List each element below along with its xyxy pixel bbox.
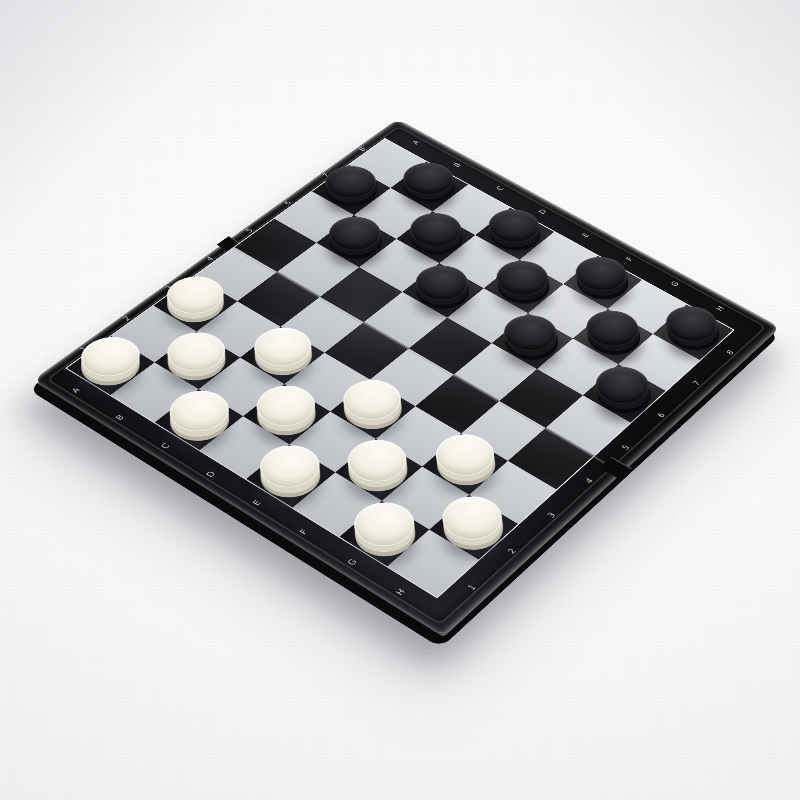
checkers-board: AABBCCDDEEFFGGHH8877665544332211: [67, 139, 733, 597]
product-photo-scene: AABBCCDDEEFFGGHH8877665544332211: [0, 0, 800, 800]
